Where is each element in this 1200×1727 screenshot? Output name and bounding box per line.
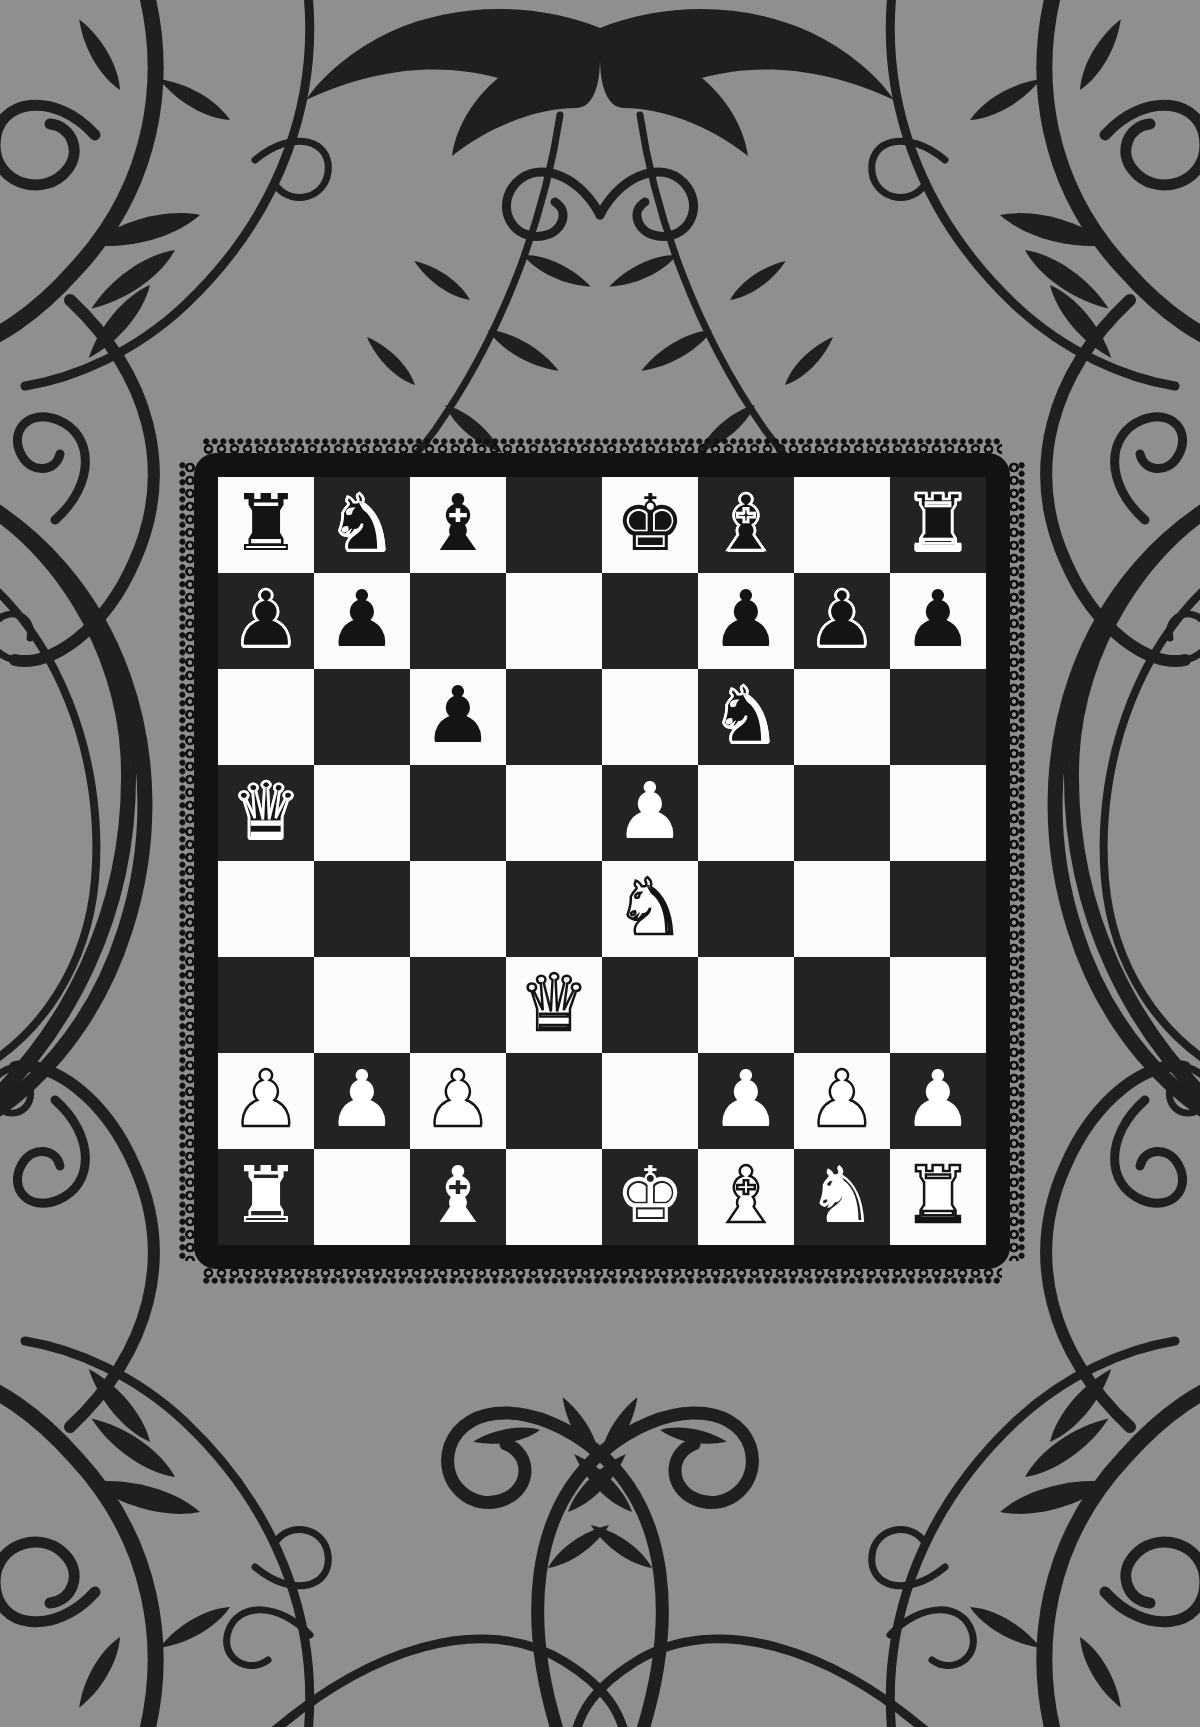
piece-black-pawn-f7: ♟ — [711, 580, 781, 658]
piece-white-queen-d3: ♛ — [519, 964, 589, 1042]
lace-border-right — [1008, 461, 1025, 1261]
square-d1 — [506, 1149, 602, 1245]
piece-black-pawn-a7: ♟ — [231, 580, 301, 658]
square-a2: ♟ — [218, 1053, 314, 1149]
piece-black-pawn-g7: ♟ — [807, 580, 877, 658]
square-a1: ♜ — [218, 1149, 314, 1245]
piece-black-knight-b8: ♞ — [327, 484, 397, 562]
square-b5 — [314, 765, 410, 861]
square-c3 — [410, 957, 506, 1053]
piece-white-bishop-c1: ♝ — [423, 1156, 493, 1234]
piece-white-pawn-g2: ♟ — [807, 1060, 877, 1138]
square-b3 — [314, 957, 410, 1053]
square-h8: ♜ — [890, 477, 986, 573]
square-h1: ♜ — [890, 1149, 986, 1245]
square-g5 — [794, 765, 890, 861]
square-c5 — [410, 765, 506, 861]
piece-black-king-e8: ♚ — [615, 484, 685, 562]
square-g4 — [794, 861, 890, 957]
square-e6 — [602, 669, 698, 765]
square-b6 — [314, 669, 410, 765]
piece-black-bishop-f8: ♝ — [711, 484, 781, 562]
square-e5: ♟ — [602, 765, 698, 861]
piece-black-pawn-b7: ♟ — [327, 580, 397, 658]
square-h7: ♟ — [890, 573, 986, 669]
piece-black-bishop-c8: ♝ — [423, 484, 493, 562]
square-g1: ♞ — [794, 1149, 890, 1245]
piece-white-bishop-f1: ♝ — [711, 1156, 781, 1234]
square-a4 — [218, 861, 314, 957]
square-f1: ♝ — [698, 1149, 794, 1245]
square-g6 — [794, 669, 890, 765]
board-frame: ♜♞♝♚♝♜♟♟♟♟♟♟♞♛♟♞♛♟♟♟♟♟♟♜♝♚♝♞♜ — [194, 453, 1010, 1269]
square-d2 — [506, 1053, 602, 1149]
square-d4 — [506, 861, 602, 957]
piece-black-pawn-c6: ♟ — [423, 676, 493, 754]
square-g3 — [794, 957, 890, 1053]
square-b8: ♞ — [314, 477, 410, 573]
piece-white-rook-a1: ♜ — [231, 1156, 301, 1234]
piece-black-rook-a8: ♜ — [231, 484, 301, 562]
square-b7: ♟ — [314, 573, 410, 669]
square-c6: ♟ — [410, 669, 506, 765]
square-a5: ♛ — [218, 765, 314, 861]
book-page: ♜♞♝♚♝♜♟♟♟♟♟♟♞♛♟♞♛♟♟♟♟♟♟♜♝♚♝♞♜ — [0, 0, 1200, 1727]
square-g7: ♟ — [794, 573, 890, 669]
square-c2: ♟ — [410, 1053, 506, 1149]
lace-border-top — [202, 438, 1002, 455]
square-e8: ♚ — [602, 477, 698, 573]
square-c7 — [410, 573, 506, 669]
piece-black-queen-a5: ♛ — [231, 772, 301, 850]
chess-board: ♜♞♝♚♝♜♟♟♟♟♟♟♞♛♟♞♛♟♟♟♟♟♟♜♝♚♝♞♜ — [218, 477, 986, 1245]
square-e7 — [602, 573, 698, 669]
piece-white-pawn-h2: ♟ — [903, 1060, 973, 1138]
square-f7: ♟ — [698, 573, 794, 669]
piece-black-pawn-h7: ♟ — [903, 580, 973, 658]
square-c1: ♝ — [410, 1149, 506, 1245]
square-g8 — [794, 477, 890, 573]
square-h4 — [890, 861, 986, 957]
piece-white-pawn-a2: ♟ — [231, 1060, 301, 1138]
piece-white-king-e1: ♚ — [615, 1156, 685, 1234]
piece-white-knight-e4: ♞ — [615, 868, 685, 946]
lace-border-left — [179, 461, 196, 1261]
square-f8: ♝ — [698, 477, 794, 573]
square-f2: ♟ — [698, 1053, 794, 1149]
square-h6 — [890, 669, 986, 765]
square-d7 — [506, 573, 602, 669]
square-h2: ♟ — [890, 1053, 986, 1149]
lace-border-bottom — [202, 1267, 1002, 1284]
square-d5 — [506, 765, 602, 861]
square-a6 — [218, 669, 314, 765]
square-c4 — [410, 861, 506, 957]
square-f3 — [698, 957, 794, 1053]
square-g2: ♟ — [794, 1053, 890, 1149]
piece-white-pawn-b2: ♟ — [327, 1060, 397, 1138]
square-c8: ♝ — [410, 477, 506, 573]
square-d6 — [506, 669, 602, 765]
piece-white-rook-h1: ♜ — [903, 1156, 973, 1234]
square-a7: ♟ — [218, 573, 314, 669]
piece-black-knight-f6: ♞ — [711, 676, 781, 754]
square-f6: ♞ — [698, 669, 794, 765]
square-e2 — [602, 1053, 698, 1149]
square-b1 — [314, 1149, 410, 1245]
square-d8 — [506, 477, 602, 573]
piece-black-rook-h8: ♜ — [903, 484, 973, 562]
square-h3 — [890, 957, 986, 1053]
piece-white-pawn-f2: ♟ — [711, 1060, 781, 1138]
piece-white-pawn-e5: ♟ — [615, 772, 685, 850]
piece-white-pawn-c2: ♟ — [423, 1060, 493, 1138]
square-e3 — [602, 957, 698, 1053]
square-b2: ♟ — [314, 1053, 410, 1149]
square-a8: ♜ — [218, 477, 314, 573]
square-e4: ♞ — [602, 861, 698, 957]
square-f5 — [698, 765, 794, 861]
square-f4 — [698, 861, 794, 957]
square-d3: ♛ — [506, 957, 602, 1053]
square-e1: ♚ — [602, 1149, 698, 1245]
square-a3 — [218, 957, 314, 1053]
square-b4 — [314, 861, 410, 957]
square-h5 — [890, 765, 986, 861]
piece-white-knight-g1: ♞ — [807, 1156, 877, 1234]
